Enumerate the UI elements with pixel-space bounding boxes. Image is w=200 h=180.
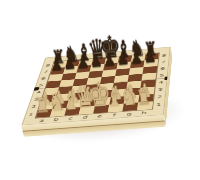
file-label: d	[82, 115, 88, 119]
scene: ♜♞♝♛♚♝♞♜♟♟♟♟♟♟♟♟♟♟♟♟♟♟♟♟♜♞♝♛♚♝♞♜ abcdefg…	[0, 0, 200, 180]
rank-label: 1	[28, 112, 34, 116]
rank-label: 8	[162, 54, 167, 58]
black-pawn: ♟	[116, 49, 130, 68]
file-label: c	[68, 116, 73, 120]
file-label: e	[97, 114, 102, 118]
black-pawn: ♟	[76, 53, 90, 71]
rank-label: 4	[159, 81, 164, 85]
rank-label: 2	[157, 95, 162, 99]
rank-label: 3	[158, 88, 163, 92]
file-label: g	[127, 112, 132, 116]
rank-label: 7	[161, 60, 166, 64]
black-pawn: ♟	[63, 54, 77, 72]
rank-label: 7	[43, 70, 48, 74]
chess-board: ♜♞♝♛♚♝♞♜♟♟♟♟♟♟♟♟♟♟♟♟♟♟♟♟♜♞♝♛♚♝♞♜ abcdefg…	[21, 47, 170, 126]
white-rook: ♜	[135, 86, 152, 109]
rank-label: 5	[160, 74, 165, 78]
square-g1: ♞	[122, 103, 138, 112]
black-pawn: ♟	[102, 51, 116, 69]
black-pawn: ♟	[89, 52, 103, 70]
square-h7: ♟	[144, 59, 158, 67]
file-label: b	[53, 117, 59, 121]
board-frame: ♜♞♝♛♚♝♞♜♟♟♟♟♟♟♟♟♟♟♟♟♟♟♟♟♜♞♝♛♚♝♞♜ abcdefg…	[21, 47, 170, 126]
rank-label: 6	[41, 77, 46, 81]
file-label: a	[39, 119, 45, 123]
black-pawn: ♟	[129, 48, 143, 67]
rank-label: 1	[156, 103, 161, 107]
black-pawn: ♟	[143, 47, 157, 66]
chess-board-grid: ♜♞♝♛♚♝♞♜♟♟♟♟♟♟♟♟♟♟♟♟♟♟♟♟♜♞♝♛♚♝♞♜	[36, 53, 159, 118]
file-label: f	[113, 113, 116, 117]
square-h1: ♜	[137, 101, 153, 110]
rank-label: 6	[160, 67, 165, 71]
file-label: h	[141, 111, 146, 115]
chess-set-photo: ♜♞♝♛♚♝♞♜♟♟♟♟♟♟♟♟♟♟♟♟♟♟♟♟♜♞♝♛♚♝♞♜ abcdefg…	[0, 0, 200, 180]
black-pawn: ♟	[50, 55, 64, 73]
